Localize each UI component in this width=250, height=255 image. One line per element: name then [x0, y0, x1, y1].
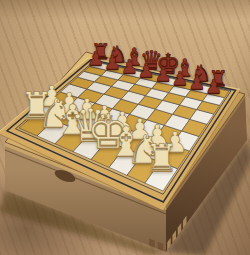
piece-dark-pawn-d7[interactable]: ♟ [138, 61, 155, 80]
piece-dark-pawn-g7[interactable]: ♟ [188, 73, 205, 92]
piece-light-rook-h1[interactable]: ♜ [145, 140, 179, 178]
piece-dark-pawn-f7[interactable]: ♟ [171, 69, 188, 88]
piece-dark-pawn-a7[interactable]: ♟ [87, 48, 104, 67]
piece-dark-pawn-b7[interactable]: ♟ [104, 52, 121, 71]
piece-dark-pawn-h7[interactable]: ♟ [205, 77, 222, 96]
piece-dark-pawn-c7[interactable]: ♟ [121, 56, 138, 75]
travel-chess-set-photo: ♜♞♝♛♚♝♞♜♟♟♟♟♟♟♟♟♟♟♟♟♟♟♟♟♜♞♝♛♚♝♞♜ [0, 0, 250, 255]
piece-dark-pawn-e7[interactable]: ♟ [154, 65, 171, 84]
